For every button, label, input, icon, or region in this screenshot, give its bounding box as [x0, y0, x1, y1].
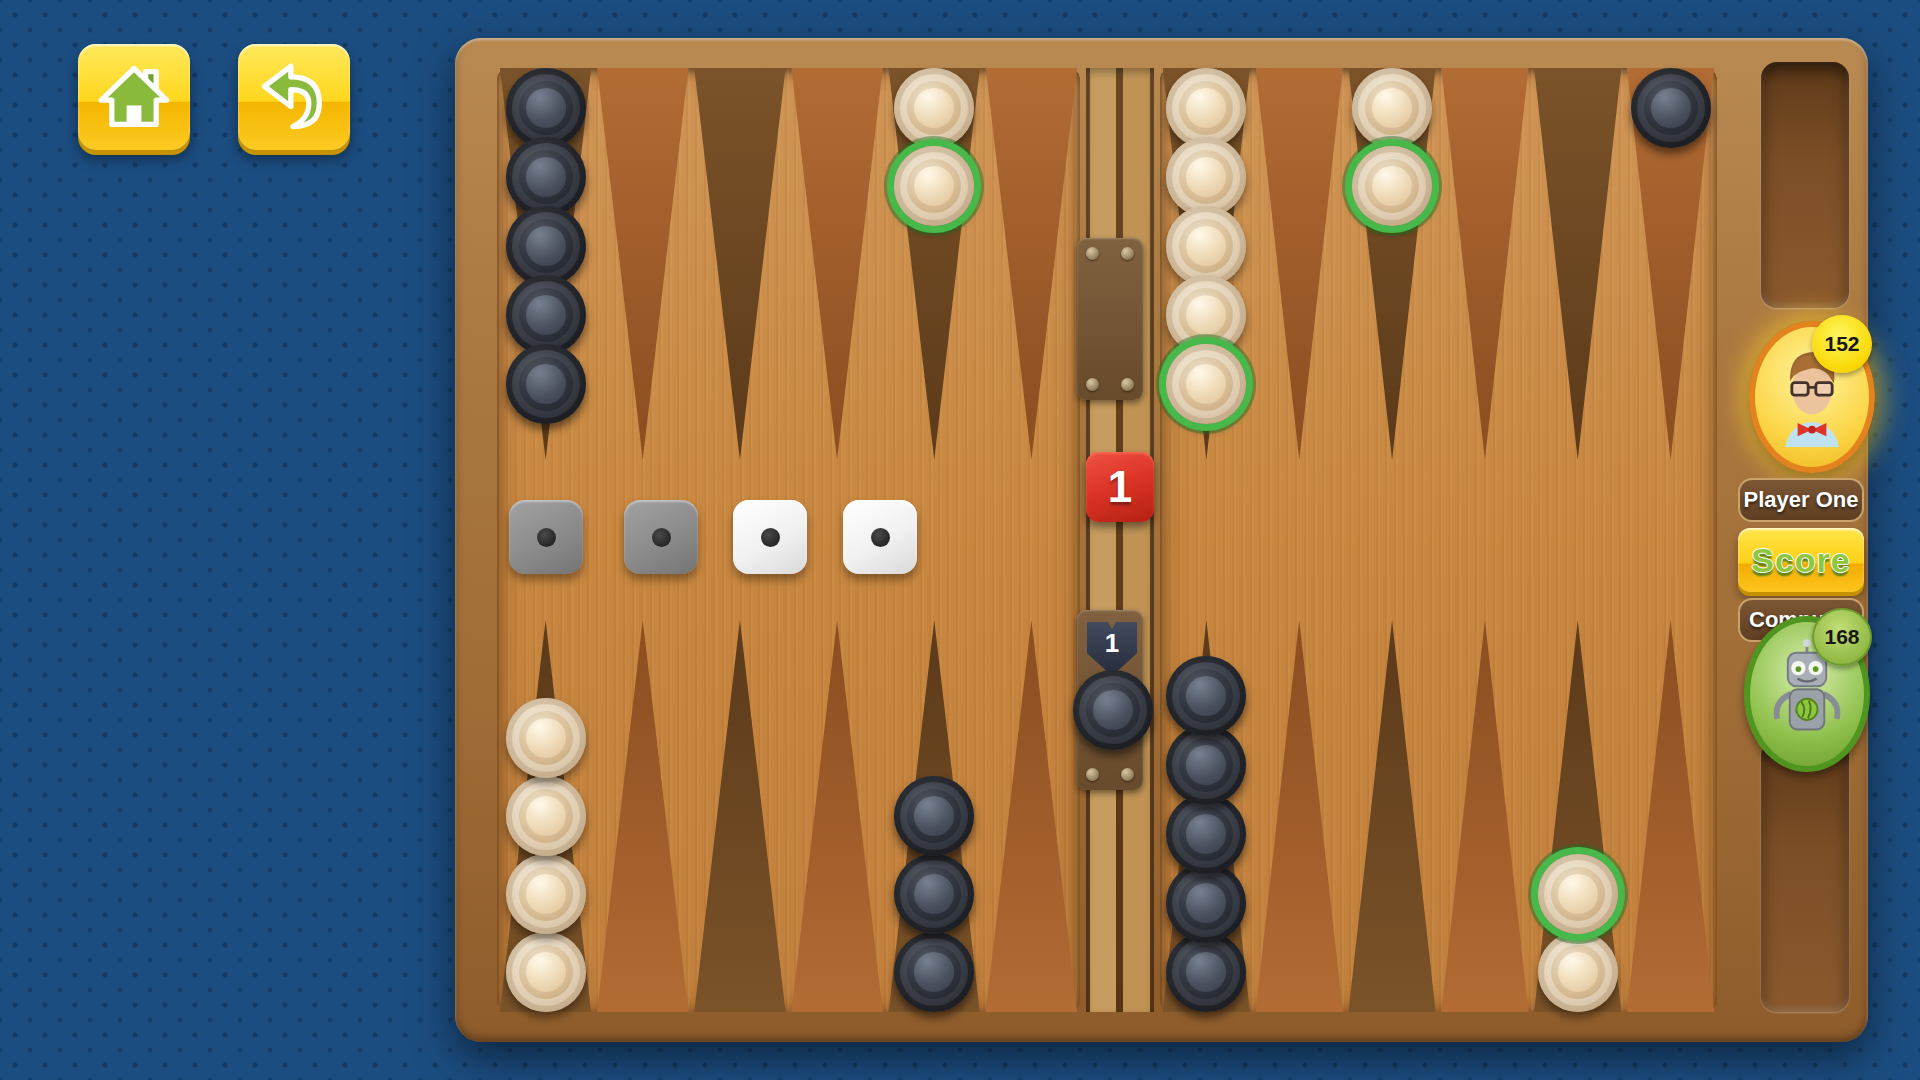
backgammon-board: 1 1 152 Player One Score Computer	[455, 38, 1868, 1042]
checker-dark-TL1-5[interactable]	[506, 344, 586, 424]
checker-light-TR1-4[interactable]	[1166, 275, 1246, 355]
checker-dark-TL1-1[interactable]	[506, 68, 586, 148]
checker-light-TR3-2[interactable]	[1352, 146, 1432, 226]
right-playfield	[1160, 68, 1717, 1012]
rivet-icon	[1121, 768, 1134, 781]
doubling-cube[interactable]: 1	[1086, 452, 1154, 522]
rivet-icon	[1121, 247, 1134, 260]
checker-light-BR5-1[interactable]	[1538, 932, 1618, 1012]
checker-dark-BL5-1[interactable]	[894, 932, 974, 1012]
bear-off-tray-top[interactable]	[1761, 62, 1849, 308]
checker-light-TR3-1[interactable]	[1352, 68, 1432, 148]
checker-dark-BR1-4[interactable]	[1166, 725, 1246, 805]
die-pip	[537, 528, 556, 547]
rivet-icon	[1086, 768, 1099, 781]
checker-dark-BR1-3[interactable]	[1166, 794, 1246, 874]
rivet-icon	[1086, 378, 1099, 391]
bar-patch-light-side	[1077, 238, 1143, 400]
die-3-value-1[interactable]	[733, 500, 807, 574]
undo-arrow-icon	[256, 62, 332, 132]
player-one-pip-badge: 152	[1812, 315, 1872, 373]
bear-off-tray-bottom[interactable]	[1761, 740, 1849, 1012]
checker-dark-TL1-2[interactable]	[506, 137, 586, 217]
checker-light-TR1-5[interactable]	[1166, 344, 1246, 424]
home-button[interactable]	[78, 44, 190, 150]
checker-dark-BL5-2[interactable]	[894, 854, 974, 934]
checker-light-TR1-3[interactable]	[1166, 206, 1246, 286]
checker-dark-bar-1[interactable]	[1073, 670, 1153, 750]
undo-button[interactable]	[238, 44, 350, 150]
checker-dark-TL1-4[interactable]	[506, 275, 586, 355]
player-one-name-plate: Player One	[1738, 478, 1864, 522]
score-button[interactable]: Score	[1738, 528, 1864, 592]
computer-pip-badge: 168	[1812, 608, 1872, 666]
home-icon	[96, 62, 172, 132]
checker-dark-BR1-1[interactable]	[1166, 932, 1246, 1012]
checker-dark-TR6-1[interactable]	[1631, 68, 1711, 148]
checker-dark-TL1-3[interactable]	[506, 206, 586, 286]
rivet-icon	[1121, 378, 1134, 391]
checker-light-BL1-2[interactable]	[506, 854, 586, 934]
checker-dark-BR1-5[interactable]	[1166, 656, 1246, 736]
checker-light-TR1-1[interactable]	[1166, 68, 1246, 148]
die-pip	[761, 528, 780, 547]
die-pip	[652, 528, 671, 547]
checker-dark-BL5-3[interactable]	[894, 776, 974, 856]
die-1-value-1	[509, 500, 583, 574]
checker-dark-BR1-2[interactable]	[1166, 863, 1246, 943]
checker-light-BR5-2[interactable]	[1538, 854, 1618, 934]
checker-light-BL1-1[interactable]	[506, 932, 586, 1012]
die-4-value-1[interactable]	[843, 500, 917, 574]
checker-light-TL5-2[interactable]	[894, 146, 974, 226]
die-pip	[871, 528, 890, 547]
rivet-icon	[1086, 247, 1099, 260]
checker-light-BL1-4[interactable]	[506, 698, 586, 778]
center-bar	[1086, 68, 1154, 1012]
checker-light-BL1-3[interactable]	[506, 776, 586, 856]
die-2-value-1	[624, 500, 698, 574]
checker-light-TL5-1[interactable]	[894, 68, 974, 148]
checker-light-TR1-2[interactable]	[1166, 137, 1246, 217]
